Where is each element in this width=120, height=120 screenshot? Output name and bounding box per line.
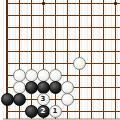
grid-line [6,51,120,52]
grid-line [31,0,32,119]
grid-line [6,63,120,64]
grid-line [6,111,120,112]
go-diagram-screenshot: 321 [0,0,120,120]
grid-line [6,39,120,40]
grid-line [103,0,104,119]
stone-white[interactable] [13,81,26,94]
stone-white[interactable] [49,69,62,82]
grid-line [91,0,92,119]
stone-black-move-2[interactable]: 2 [37,105,50,118]
stone-black[interactable] [49,81,62,94]
stone-white-move-3[interactable]: 3 [37,93,50,106]
stone-white[interactable] [73,57,86,70]
move-number-label: 3 [41,95,46,102]
board-edge-shadow [3,118,120,120]
grid-line [55,0,56,119]
stone-white[interactable] [13,69,26,82]
grid-line [6,27,120,28]
stone-black[interactable] [25,105,38,118]
grid-line [115,0,116,119]
stone-white[interactable] [61,93,74,106]
stone-black[interactable] [13,93,26,106]
stone-black[interactable] [1,93,14,106]
grid-line [6,15,120,16]
grid-line [6,3,120,4]
stone-black[interactable] [25,81,38,94]
move-number-label: 1 [53,107,58,114]
move-number-label: 2 [41,107,46,114]
go-board[interactable]: 321 [0,0,120,120]
stone-white-move-1[interactable]: 1 [49,105,62,118]
stone-white[interactable] [37,69,50,82]
star-point [114,2,117,5]
stone-white[interactable] [25,69,38,82]
star-point [42,2,45,5]
stone-white[interactable] [61,81,74,94]
stone-black[interactable] [37,81,50,94]
